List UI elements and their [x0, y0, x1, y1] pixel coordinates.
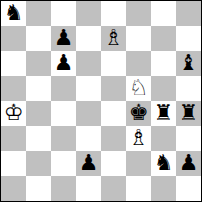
square-f3[interactable]: ♗: [126, 126, 151, 151]
chess-diagram: ♞♟♗♟♝♘♔♚♜♜♗♟♞♟: [0, 0, 202, 202]
square-b5[interactable]: [26, 76, 51, 101]
square-f4[interactable]: ♚: [126, 101, 151, 126]
black-bishop-piece: ♝: [179, 51, 199, 75]
square-g7[interactable]: [151, 26, 176, 51]
square-d3[interactable]: [76, 126, 101, 151]
square-b6[interactable]: [26, 51, 51, 76]
square-e2[interactable]: [101, 151, 126, 176]
square-d5[interactable]: [76, 76, 101, 101]
square-h1[interactable]: [176, 176, 201, 201]
square-d4[interactable]: [76, 101, 101, 126]
square-b7[interactable]: [26, 26, 51, 51]
square-c4[interactable]: [51, 101, 76, 126]
black-pawn-piece: ♟: [54, 26, 74, 50]
square-e6[interactable]: [101, 51, 126, 76]
square-g2[interactable]: ♞: [151, 151, 176, 176]
square-f6[interactable]: [126, 51, 151, 76]
chess-board: ♞♟♗♟♝♘♔♚♜♜♗♟♞♟: [0, 0, 202, 202]
square-h7[interactable]: [176, 26, 201, 51]
square-g8[interactable]: [151, 1, 176, 26]
square-c7[interactable]: ♟: [51, 26, 76, 51]
square-e3[interactable]: [101, 126, 126, 151]
square-h8[interactable]: [176, 1, 201, 26]
square-h5[interactable]: [176, 76, 201, 101]
square-e1[interactable]: [101, 176, 126, 201]
square-h4[interactable]: ♜: [176, 101, 201, 126]
square-c2[interactable]: [51, 151, 76, 176]
square-a8[interactable]: ♞: [1, 1, 26, 26]
square-a2[interactable]: [1, 151, 26, 176]
white-king-piece: ♔: [4, 101, 24, 125]
square-g5[interactable]: [151, 76, 176, 101]
square-f1[interactable]: [126, 176, 151, 201]
square-b2[interactable]: [26, 151, 51, 176]
square-c1[interactable]: [51, 176, 76, 201]
white-knight-piece: ♘: [129, 76, 149, 100]
square-f8[interactable]: [126, 1, 151, 26]
square-a1[interactable]: [1, 176, 26, 201]
square-b8[interactable]: [26, 1, 51, 26]
square-d6[interactable]: [76, 51, 101, 76]
white-bishop-piece: ♗: [129, 126, 149, 150]
square-f5[interactable]: ♘: [126, 76, 151, 101]
black-knight-piece: ♞: [4, 1, 24, 25]
square-f7[interactable]: [126, 26, 151, 51]
square-d8[interactable]: [76, 1, 101, 26]
square-g1[interactable]: [151, 176, 176, 201]
square-d1[interactable]: [76, 176, 101, 201]
square-b4[interactable]: [26, 101, 51, 126]
square-e8[interactable]: [101, 1, 126, 26]
square-g6[interactable]: [151, 51, 176, 76]
square-d2[interactable]: ♟: [76, 151, 101, 176]
square-c8[interactable]: [51, 1, 76, 26]
black-king-piece: ♚: [129, 101, 149, 125]
square-a5[interactable]: [1, 76, 26, 101]
square-e7[interactable]: ♗: [101, 26, 126, 51]
black-rook-piece: ♜: [179, 101, 199, 125]
square-g4[interactable]: ♜: [151, 101, 176, 126]
square-a4[interactable]: ♔: [1, 101, 26, 126]
black-pawn-piece: ♟: [54, 51, 74, 75]
square-f2[interactable]: [126, 151, 151, 176]
square-e5[interactable]: [101, 76, 126, 101]
square-b3[interactable]: [26, 126, 51, 151]
square-c5[interactable]: [51, 76, 76, 101]
square-b1[interactable]: [26, 176, 51, 201]
square-a6[interactable]: [1, 51, 26, 76]
square-a3[interactable]: [1, 126, 26, 151]
square-e4[interactable]: [101, 101, 126, 126]
square-h6[interactable]: ♝: [176, 51, 201, 76]
black-knight-piece: ♞: [154, 151, 174, 175]
square-c3[interactable]: [51, 126, 76, 151]
square-a7[interactable]: [1, 26, 26, 51]
white-bishop-piece: ♗: [104, 26, 124, 50]
square-g3[interactable]: [151, 126, 176, 151]
black-pawn-piece: ♟: [79, 151, 99, 175]
black-rook-piece: ♜: [154, 101, 174, 125]
square-h3[interactable]: [176, 126, 201, 151]
square-d7[interactable]: [76, 26, 101, 51]
black-pawn-piece: ♟: [179, 151, 199, 175]
square-c6[interactable]: ♟: [51, 51, 76, 76]
square-h2[interactable]: ♟: [176, 151, 201, 176]
